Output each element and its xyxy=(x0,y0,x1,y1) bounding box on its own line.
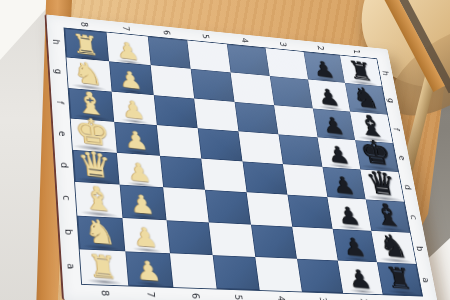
square-e2: ♟ xyxy=(317,137,360,169)
piece-wP: ♟ xyxy=(126,159,153,186)
piece-wP: ♟ xyxy=(132,224,160,252)
square-b2: ♟ xyxy=(332,228,377,262)
square-d3 xyxy=(283,164,327,197)
square-b7: ♟ xyxy=(122,218,169,253)
square-e4 xyxy=(238,131,282,164)
square-d4 xyxy=(242,161,287,194)
square-h5 xyxy=(187,40,230,72)
piece-bP: ♟ xyxy=(316,85,341,110)
chess-board-wrapper: hgfedcba hgfedcba 87654321 87654321 ♜♟♟♜… xyxy=(41,0,450,300)
square-d5 xyxy=(201,159,246,193)
square-g5 xyxy=(191,69,235,102)
square-a4 xyxy=(255,257,301,292)
square-g6 xyxy=(150,65,194,98)
square-b8: ♞ xyxy=(77,215,125,251)
board-grid: ♜♟♟♜♞♟♟♞♝♟♟♝♚♟♟♚♛♟♟♛♝♟♟♝♞♟♟♞♜♟♟♜ xyxy=(64,28,422,295)
piece-bP: ♟ xyxy=(312,57,337,81)
piece-wP: ♟ xyxy=(135,257,163,286)
piece-bP: ♟ xyxy=(347,266,374,293)
square-a8: ♜ xyxy=(80,249,128,285)
square-e6 xyxy=(156,125,201,159)
piece-bP: ♟ xyxy=(321,114,347,139)
square-e5 xyxy=(198,128,243,161)
piece-wN: ♞ xyxy=(83,214,118,250)
square-a1: ♜ xyxy=(377,262,422,296)
chess-board-tilt: hgfedcba hgfedcba 87654321 87654321 ♜♟♟♜… xyxy=(45,14,440,300)
square-b6 xyxy=(166,220,213,255)
piece-bP: ♟ xyxy=(341,234,368,261)
scene-photo: hgfedcba hgfedcba 87654321 87654321 ♜♟♟♜… xyxy=(0,0,450,300)
square-f2: ♟ xyxy=(312,108,355,140)
square-c2: ♟ xyxy=(327,197,371,230)
square-e7: ♟ xyxy=(114,122,160,156)
piece-wP: ♟ xyxy=(129,191,156,219)
square-d2: ♟ xyxy=(322,167,366,200)
square-a2: ♟ xyxy=(337,260,382,294)
square-g3 xyxy=(270,76,313,108)
square-h3 xyxy=(265,48,307,80)
square-e3 xyxy=(278,134,322,167)
piece-bR: ♜ xyxy=(384,264,416,295)
square-f6 xyxy=(153,95,198,128)
square-h4 xyxy=(227,44,270,76)
square-f4 xyxy=(234,102,278,135)
piece-bN: ♞ xyxy=(376,230,410,263)
square-b4 xyxy=(251,224,297,258)
piece-bP: ♟ xyxy=(331,172,357,198)
square-c5 xyxy=(205,190,251,224)
square-d6 xyxy=(160,156,206,190)
square-a3 xyxy=(297,259,343,293)
square-h7: ♟ xyxy=(106,32,150,65)
square-a7: ♟ xyxy=(125,251,173,287)
piece-wR: ♜ xyxy=(87,251,120,285)
square-h6 xyxy=(147,36,191,68)
square-g2: ♟ xyxy=(308,80,350,112)
square-c7: ♟ xyxy=(119,185,166,220)
piece-wP: ♟ xyxy=(123,128,150,155)
square-g7: ♟ xyxy=(109,61,153,94)
piece-wP: ♟ xyxy=(121,97,147,123)
square-b3 xyxy=(292,226,337,260)
square-f7: ♟ xyxy=(111,91,156,125)
piece-bP: ♟ xyxy=(336,203,363,229)
square-f3 xyxy=(274,105,317,137)
square-h2: ♟ xyxy=(303,52,345,83)
square-c4 xyxy=(247,192,292,226)
square-g4 xyxy=(231,73,274,105)
square-c3 xyxy=(287,195,332,229)
piece-wP: ♟ xyxy=(115,38,141,64)
vinyl-chess-mat: hgfedcba hgfedcba 87654321 87654321 ♜♟♟♜… xyxy=(45,14,440,300)
square-a6 xyxy=(169,253,216,289)
square-f5 xyxy=(194,98,238,131)
square-c6 xyxy=(163,187,209,222)
square-a5 xyxy=(213,255,260,290)
piece-bP: ♟ xyxy=(326,143,352,168)
square-b1: ♞ xyxy=(371,230,416,263)
square-b5 xyxy=(209,222,255,257)
square-d7: ♟ xyxy=(117,153,163,188)
piece-wP: ♟ xyxy=(118,67,144,93)
